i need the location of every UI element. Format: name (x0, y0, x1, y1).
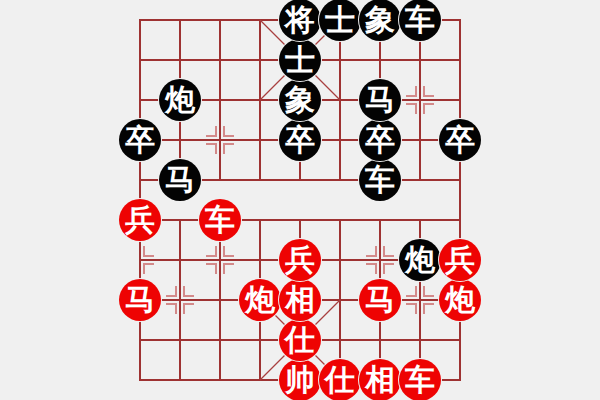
piece-red-cannon[interactable]: 炮 (239, 279, 281, 321)
piece-black-general[interactable]: 将 (279, 0, 321, 41)
piece-red-elephant[interactable]: 相 (359, 359, 401, 400)
piece-red-elephant[interactable]: 相 (279, 279, 321, 321)
piece-red-horse[interactable]: 马 (359, 279, 401, 321)
piece-black-advisor[interactable]: 士 (319, 0, 361, 41)
piece-black-chariot[interactable]: 车 (399, 0, 441, 41)
piece-black-cannon[interactable]: 炮 (159, 79, 201, 121)
piece-red-advisor[interactable]: 仕 (279, 319, 321, 361)
piece-black-soldier[interactable]: 卒 (279, 119, 321, 161)
piece-red-king[interactable]: 帅 (279, 359, 321, 400)
piece-black-elephant[interactable]: 象 (279, 79, 321, 121)
piece-red-horse[interactable]: 马 (119, 279, 161, 321)
piece-red-soldier[interactable]: 兵 (119, 199, 161, 241)
piece-black-soldier[interactable]: 卒 (359, 119, 401, 161)
piece-red-cannon[interactable]: 炮 (439, 279, 481, 321)
piece-red-chariot[interactable]: 车 (399, 359, 441, 400)
piece-black-elephant[interactable]: 象 (359, 0, 401, 41)
xiangqi-app: 将士象车士炮象马卒卒卒卒马车兵车兵炮兵马炮相马炮仕帅仕相车 (0, 0, 600, 400)
piece-red-chariot[interactable]: 车 (199, 199, 241, 241)
piece-black-horse[interactable]: 马 (359, 79, 401, 121)
piece-black-chariot[interactable]: 车 (359, 159, 401, 201)
piece-black-advisor[interactable]: 士 (279, 39, 321, 81)
piece-red-advisor[interactable]: 仕 (319, 359, 361, 400)
piece-black-soldier[interactable]: 卒 (439, 119, 481, 161)
piece-black-horse[interactable]: 马 (159, 159, 201, 201)
piece-red-soldier[interactable]: 兵 (439, 239, 481, 281)
piece-red-soldier[interactable]: 兵 (279, 239, 321, 281)
piece-black-cannon[interactable]: 炮 (399, 239, 441, 281)
xiangqi-board-grid[interactable]: 将士象车士炮象马卒卒卒卒马车兵车兵炮兵马炮相马炮仕帅仕相车 (120, 0, 480, 400)
piece-black-soldier[interactable]: 卒 (119, 119, 161, 161)
